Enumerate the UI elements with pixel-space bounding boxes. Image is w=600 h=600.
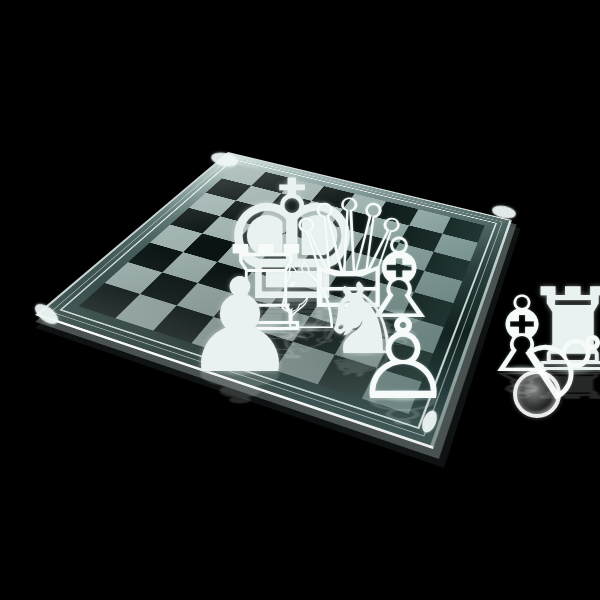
piece-frosted-pawn-e1: ♟ <box>182 261 299 391</box>
product-photo-scene: ♚♚♕♕♗♗♘♘♖♖♞♞♟♟♜♜♗♗♙♙♙ <box>0 0 600 600</box>
lying-pawn-base-disc <box>513 370 561 418</box>
piece-clear-pawn-h1: ♙ <box>353 303 453 415</box>
